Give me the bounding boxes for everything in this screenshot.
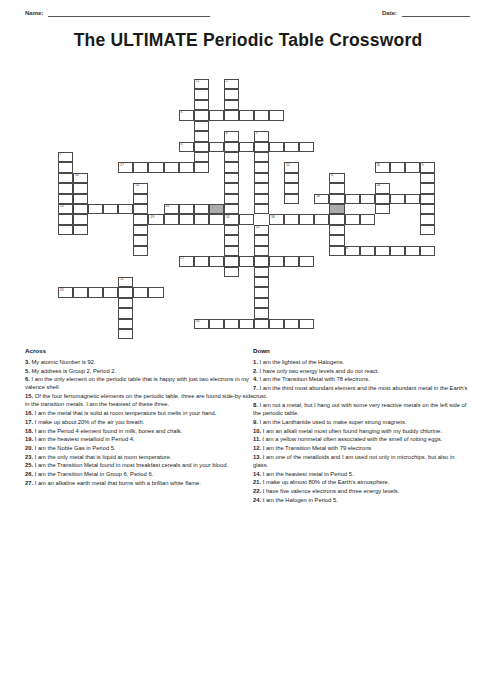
clue-number: 22. xyxy=(253,488,263,494)
grid-cell[interactable]: 18 xyxy=(269,214,284,224)
grid-cell[interactable] xyxy=(239,319,254,329)
grid-cell[interactable] xyxy=(88,287,103,297)
clue-item: 20. I am the Noble Gas in Period 5. xyxy=(25,444,255,452)
grid-cell[interactable] xyxy=(360,194,375,204)
clue-item: 11. I am a yellow nonmetal often associa… xyxy=(253,435,471,443)
cell-number: 9 xyxy=(422,164,424,168)
grid-cell[interactable] xyxy=(58,194,73,204)
grid-cell[interactable] xyxy=(58,183,73,193)
clue-text: I make up almost 80% of the Earth's atmo… xyxy=(263,479,390,485)
grid-cell[interactable]: 21 xyxy=(194,79,209,89)
clue-text: I am the lightest of the Halogens. xyxy=(259,359,344,365)
clue-number: 24. xyxy=(253,497,263,503)
grid-cell[interactable] xyxy=(194,256,209,266)
cell-number: 10 xyxy=(75,174,79,178)
clue-number: 15. xyxy=(25,393,35,399)
cell-number: 16 xyxy=(316,195,320,199)
grid-cell[interactable] xyxy=(148,162,163,172)
grid-cell[interactable] xyxy=(224,152,239,162)
clue-item: 9. I am the Lanthanide used to make supe… xyxy=(253,418,471,426)
name-label: Name: xyxy=(25,10,43,16)
clue-number: 14. xyxy=(253,471,263,477)
grid-cell[interactable] xyxy=(224,204,239,214)
clue-item: 2. I have only two energy levels and do … xyxy=(253,367,471,375)
grid-cell[interactable]: 11 xyxy=(118,277,133,287)
clue-number: 13. xyxy=(253,454,263,460)
cell-number: 4 xyxy=(331,174,333,178)
grid-cell[interactable] xyxy=(375,246,390,256)
cell-number: 13 xyxy=(135,184,139,188)
grid-cell[interactable] xyxy=(179,204,194,214)
grid-cell[interactable] xyxy=(299,256,314,266)
grid-cell[interactable] xyxy=(420,214,435,224)
grid-cell[interactable] xyxy=(254,204,269,214)
grid-cell[interactable]: 9 xyxy=(420,162,435,172)
grid-cell[interactable] xyxy=(420,225,435,235)
cell-number: 3 xyxy=(180,111,182,115)
grid-cell[interactable] xyxy=(133,194,148,204)
grid-cell[interactable] xyxy=(239,256,254,266)
clue-text: I have five valence electrons and three … xyxy=(263,488,400,494)
grid-cell[interactable]: 3 xyxy=(179,110,194,120)
worksheet-page: Name: Date: The ULTIMATE Periodic Table … xyxy=(0,0,496,700)
grid-cell[interactable] xyxy=(58,162,73,172)
clue-number: 23. xyxy=(25,454,35,460)
grid-cell[interactable] xyxy=(269,110,284,120)
grid-cell[interactable] xyxy=(194,162,209,172)
grid-cell[interactable] xyxy=(224,100,239,110)
date-blank-line[interactable] xyxy=(402,8,470,17)
grid-cell[interactable] xyxy=(103,287,118,297)
grid-cell[interactable]: 27 xyxy=(179,256,194,266)
grid-cell[interactable] xyxy=(118,308,133,318)
grid-cell[interactable] xyxy=(194,204,209,214)
grid-cell[interactable] xyxy=(133,246,148,256)
grid-cell[interactable] xyxy=(194,100,209,110)
cell-number: 8 xyxy=(226,132,228,136)
cell-number: 14 xyxy=(376,184,380,188)
grid-cell[interactable] xyxy=(254,298,269,308)
cell-number: 5 xyxy=(180,143,182,147)
grid-cell[interactable] xyxy=(254,142,269,152)
grid-cell[interactable] xyxy=(224,194,239,204)
clue-item: 8. I am not a metal, but I hang out with… xyxy=(253,401,471,417)
grid-cell[interactable] xyxy=(194,131,209,141)
clue-text: I am the metal that is solid at room tem… xyxy=(35,410,217,416)
clue-item: 4. I am the Transition Metal with 78 ele… xyxy=(253,375,471,383)
clue-item: 14. I am the heaviest metal in Period 5. xyxy=(253,470,471,478)
grid-cell[interactable]: 14 xyxy=(375,183,390,193)
grid-cell[interactable]: 2 xyxy=(224,79,239,89)
clue-item: 19. I am the heaviest metalloid in Perio… xyxy=(25,435,255,443)
grid-cell[interactable] xyxy=(164,162,179,172)
grid-cell[interactable] xyxy=(209,142,224,152)
page-title: The ULTIMATE Periodic Table Crossword xyxy=(0,30,496,51)
grid-cell[interactable]: 24 xyxy=(224,214,239,224)
clue-item: 16. I am the metal that is solid at room… xyxy=(25,409,255,417)
name-blank-line[interactable] xyxy=(48,8,210,17)
grid-cell[interactable] xyxy=(194,152,209,162)
grid-cell[interactable] xyxy=(345,214,360,224)
date-label: Date: xyxy=(382,10,397,16)
grid-cell[interactable] xyxy=(194,89,209,99)
grid-cell[interactable] xyxy=(73,194,88,204)
clue-text: My address is Group 2, Period 2. xyxy=(31,368,116,374)
grid-cell[interactable] xyxy=(133,204,148,214)
clue-number: 21. xyxy=(253,479,263,485)
grid-cell[interactable] xyxy=(254,152,269,162)
clue-item: 27. I am an alkaline earth metal that bu… xyxy=(25,479,255,487)
grid-cell[interactable] xyxy=(405,162,420,172)
grid-cell[interactable] xyxy=(209,110,224,120)
grid-cell[interactable] xyxy=(194,110,209,120)
grid-cell[interactable] xyxy=(254,162,269,172)
grid-cell[interactable] xyxy=(284,173,299,183)
grid-cell[interactable] xyxy=(254,308,269,318)
grid-cell[interactable] xyxy=(88,204,103,214)
clue-text: I am the Lanthanide used to make super s… xyxy=(259,419,406,425)
clue-text: I am not a metal, but I hang out with so… xyxy=(253,402,466,416)
grid-cell[interactable]: 22 xyxy=(254,225,269,235)
clue-item: 23. I am the only metal that is liquid a… xyxy=(25,453,255,461)
cell-number: 6 xyxy=(346,247,348,251)
grid-cell[interactable]: 25 xyxy=(375,162,390,172)
clue-text: I am the only metal that is liquid at ro… xyxy=(35,454,172,460)
grid-cell[interactable]: 16 xyxy=(314,194,329,204)
grid-cell[interactable] xyxy=(164,214,179,224)
grid-cell[interactable]: 7 xyxy=(58,152,73,162)
grid-cell[interactable] xyxy=(209,319,224,329)
grid-cell[interactable]: 20 xyxy=(164,204,179,214)
clue-number: 18. xyxy=(25,428,35,434)
grid-cell[interactable]: 10 xyxy=(73,173,88,183)
cell-number: 19 xyxy=(150,216,154,220)
clue-number: 10. xyxy=(253,428,263,434)
grid-cell[interactable] xyxy=(118,204,133,214)
grid-cell[interactable]: 5 xyxy=(179,142,194,152)
clue-number: 11. xyxy=(253,436,262,442)
grid-cell[interactable] xyxy=(284,183,299,193)
grid-cell[interactable] xyxy=(269,256,284,266)
grid-cell[interactable] xyxy=(375,204,390,214)
grid-cell[interactable] xyxy=(254,110,269,120)
grid-cell[interactable] xyxy=(254,183,269,193)
grid-cell[interactable] xyxy=(329,183,344,193)
cell-number: 26 xyxy=(196,320,200,324)
grid-cell[interactable] xyxy=(269,142,284,152)
cell-number: 17 xyxy=(120,164,124,168)
grid-cell[interactable] xyxy=(224,183,239,193)
grid-cell[interactable]: 13 xyxy=(133,183,148,193)
clue-item: 10. I am an alkali metal most often foun… xyxy=(253,427,471,435)
cell-number: 24 xyxy=(226,216,230,220)
grid-cell[interactable] xyxy=(224,256,239,266)
grid-cell[interactable] xyxy=(133,287,148,297)
clue-text: I am the Transition Metal found in most … xyxy=(35,462,228,468)
grid-cell[interactable]: 26 xyxy=(194,319,209,329)
clue-item: 22. I have five valence electrons and th… xyxy=(253,487,471,495)
grid-cell[interactable] xyxy=(284,142,299,152)
grid-cell[interactable] xyxy=(284,319,299,329)
clue-text: Of the four ferromagnetic elements on th… xyxy=(25,393,253,407)
grid-cell[interactable] xyxy=(254,287,269,297)
grid-cell[interactable] xyxy=(254,194,269,204)
grid-cell[interactable] xyxy=(103,204,118,214)
cell-number: 7 xyxy=(60,153,62,157)
grid-cell[interactable] xyxy=(254,173,269,183)
grid-cell[interactable] xyxy=(254,256,269,266)
cell-number: 12 xyxy=(286,164,290,168)
across-clues-section: Across 3. My atomic Number is 92.5. My a… xyxy=(25,347,255,488)
down-heading: Down xyxy=(253,347,471,356)
clue-item: 12. I am the Transition Metal with 79 el… xyxy=(253,444,471,452)
clue-number: 12. xyxy=(253,445,263,451)
grid-cell[interactable] xyxy=(118,298,133,308)
clue-item: 15. Of the four ferromagnetic elements o… xyxy=(25,392,255,408)
grid-cell[interactable] xyxy=(254,235,269,245)
cell-number: 18 xyxy=(271,216,275,220)
grid-cell[interactable] xyxy=(390,162,405,172)
grid-cell[interactable] xyxy=(58,214,73,224)
grid-cell[interactable] xyxy=(360,214,375,224)
clue-text: I have only two energy levels and do not… xyxy=(259,368,379,374)
grid-cell[interactable]: 15 xyxy=(58,204,73,214)
cell-number: 11 xyxy=(120,278,124,282)
grid-cell[interactable]: 19 xyxy=(148,214,163,224)
clue-text: I am an alkali metal most often found ha… xyxy=(263,428,442,434)
grid-cell[interactable]: 12 xyxy=(284,162,299,172)
grid-cell[interactable] xyxy=(420,246,435,256)
cell-number: 23 xyxy=(60,289,64,293)
clue-text: I am the Period 4 element found in milk,… xyxy=(35,428,183,434)
clue-text: I am the Transition Metal in Group 6, Pe… xyxy=(35,471,154,477)
grid-cell[interactable] xyxy=(73,183,88,193)
down-clues-list: 1. I am the lightest of the Halogens.2. … xyxy=(253,358,471,504)
clue-number: 19. xyxy=(25,436,35,442)
grid-cell[interactable] xyxy=(133,214,148,224)
clue-text: I am the heaviest metalloid in Period 4. xyxy=(35,436,135,442)
clue-item: 7. I am the third most abundant element … xyxy=(253,384,471,400)
grid-cell[interactable] xyxy=(58,173,73,183)
grid-cell[interactable] xyxy=(239,142,254,152)
grid-cell[interactable] xyxy=(329,235,344,245)
grid-cell[interactable] xyxy=(329,204,344,214)
grid-cell[interactable] xyxy=(254,267,269,277)
grid-cell[interactable] xyxy=(224,246,239,256)
across-heading: Across xyxy=(25,347,255,356)
grid-cell[interactable] xyxy=(118,287,133,297)
grid-cell[interactable] xyxy=(420,194,435,204)
clue-item: 25. I am the Transition Metal found in m… xyxy=(25,461,255,469)
grid-cell[interactable] xyxy=(179,214,194,224)
grid-cell[interactable] xyxy=(254,319,269,329)
clue-item: 5. My address is Group 2, Period 2. xyxy=(25,367,255,375)
grid-cell[interactable] xyxy=(405,246,420,256)
grid-cell[interactable] xyxy=(345,194,360,204)
grid-cell[interactable] xyxy=(73,287,88,297)
grid-cell[interactable] xyxy=(73,214,88,224)
grid-cell[interactable] xyxy=(420,183,435,193)
grid-cell[interactable] xyxy=(329,225,344,235)
clue-item: 6. I am the only element on the periodic… xyxy=(25,375,255,391)
grid-cell[interactable] xyxy=(329,214,344,224)
clue-text: I am an alkaline earth metal that burns … xyxy=(35,480,201,486)
grid-cell[interactable] xyxy=(420,173,435,183)
grid-cell[interactable] xyxy=(133,162,148,172)
grid-cell[interactable]: 1 xyxy=(254,131,269,141)
grid-cell[interactable] xyxy=(224,267,239,277)
cell-number: 15 xyxy=(60,205,64,209)
grid-cell[interactable] xyxy=(73,204,88,214)
clue-item: 17. I make up about 20% of the air you b… xyxy=(25,418,255,426)
clue-text: I make up about 20% of the air you breat… xyxy=(35,419,145,425)
grid-cell[interactable] xyxy=(375,194,390,204)
grid-cell[interactable] xyxy=(284,194,299,204)
clue-text: I am the only element on the periodic ta… xyxy=(25,376,249,390)
grid-cell[interactable] xyxy=(224,142,239,152)
grid-cell[interactable]: 17 xyxy=(118,162,133,172)
grid-cell[interactable] xyxy=(405,194,420,204)
grid-cell[interactable] xyxy=(194,214,209,224)
clue-item: 26. I am the Transition Metal in Group 6… xyxy=(25,470,255,478)
grid-cell[interactable] xyxy=(73,225,88,235)
clue-item: 1. I am the lightest of the Halogens. xyxy=(253,358,471,366)
clue-item: 24. I am the Halogen in Period 5. xyxy=(253,496,471,504)
clue-number: 17. xyxy=(25,419,35,425)
clue-text: I am the Noble Gas in Period 5. xyxy=(35,445,116,451)
grid-cell[interactable] xyxy=(224,235,239,245)
clue-text: I am the Halogen in Period 5. xyxy=(263,497,338,503)
cell-number: 22 xyxy=(256,226,260,230)
grid-cell[interactable] xyxy=(299,319,314,329)
grid-cell[interactable]: 6 xyxy=(345,246,360,256)
grid-cell[interactable] xyxy=(194,121,209,131)
cell-number: 2 xyxy=(226,80,228,84)
clue-number: 27. xyxy=(25,480,35,486)
cell-number: 1 xyxy=(256,132,258,136)
grid-cell[interactable] xyxy=(209,256,224,266)
clue-text: I am the Transition Metal with 78 electr… xyxy=(259,376,369,382)
grid-cell[interactable] xyxy=(209,204,224,214)
grid-cell[interactable] xyxy=(254,246,269,256)
grid-cell[interactable] xyxy=(239,110,254,120)
grid-cell[interactable] xyxy=(224,89,239,99)
grid-cell[interactable] xyxy=(329,246,344,256)
grid-cell[interactable] xyxy=(284,214,299,224)
grid-cell[interactable] xyxy=(254,277,269,287)
clue-number: 20. xyxy=(25,445,35,451)
clue-text: I am one of the metalloids and I am used… xyxy=(253,454,454,468)
grid-cell[interactable] xyxy=(224,173,239,183)
clue-text: I am the Transition Metal with 79 electr… xyxy=(263,445,372,451)
clue-item: 3. My atomic Number is 92. xyxy=(25,358,255,366)
grid-cell[interactable] xyxy=(224,225,239,235)
clue-text: I am the heaviest metal in Period 5. xyxy=(263,471,354,477)
grid-cell[interactable] xyxy=(269,319,284,329)
clue-text: My atomic Number is 92. xyxy=(31,359,95,365)
clue-item: 13. I am one of the metalloids and I am … xyxy=(253,453,471,469)
grid-cell[interactable] xyxy=(224,162,239,172)
grid-cell[interactable] xyxy=(329,194,344,204)
grid-cell[interactable] xyxy=(390,246,405,256)
clue-item: 21. I make up almost 80% of the Earth's … xyxy=(253,478,471,486)
clue-text: I am the third most abundant element and… xyxy=(253,385,467,399)
cell-number: 27 xyxy=(180,257,184,261)
grid-cell[interactable] xyxy=(420,204,435,214)
grid-cell[interactable] xyxy=(58,225,73,235)
grid-cell[interactable] xyxy=(118,319,133,329)
grid-cell[interactable] xyxy=(299,214,314,224)
grid-cell[interactable] xyxy=(360,246,375,256)
grid-cell[interactable] xyxy=(224,110,239,120)
grid-cell[interactable] xyxy=(194,142,209,152)
cell-number: 21 xyxy=(196,80,200,84)
crossword-grid: 2123815717122591041314161520192418226271… xyxy=(58,79,437,341)
across-clues-list: 3. My atomic Number is 92.5. My address … xyxy=(25,358,255,487)
grid-cell[interactable]: 8 xyxy=(224,131,239,141)
cell-number: 20 xyxy=(165,205,169,209)
grid-cell[interactable] xyxy=(390,194,405,204)
grid-cell[interactable] xyxy=(148,287,163,297)
clue-text: I am a yellow nonmetal often associated … xyxy=(262,436,442,442)
clue-number: 25. xyxy=(25,462,35,468)
grid-cell[interactable] xyxy=(133,225,148,235)
grid-cell[interactable] xyxy=(179,162,194,172)
grid-cell[interactable]: 4 xyxy=(329,173,344,183)
grid-cell[interactable] xyxy=(299,142,314,152)
grid-cell[interactable] xyxy=(209,214,224,224)
clue-item: 18. I am the Period 4 element found in m… xyxy=(25,427,255,435)
grid-cell[interactable] xyxy=(239,214,254,224)
grid-cell[interactable]: 23 xyxy=(58,287,73,297)
clue-number: 26. xyxy=(25,471,35,477)
grid-cell[interactable] xyxy=(224,319,239,329)
cell-number: 25 xyxy=(376,164,380,168)
clue-number: 16. xyxy=(25,410,35,416)
down-clues-section: Down 1. I am the lightest of the Halogen… xyxy=(253,347,471,505)
grid-cell[interactable] xyxy=(118,329,133,339)
grid-cell[interactable] xyxy=(133,235,148,245)
grid-cell[interactable] xyxy=(284,256,299,266)
grid-cell[interactable] xyxy=(314,214,329,224)
